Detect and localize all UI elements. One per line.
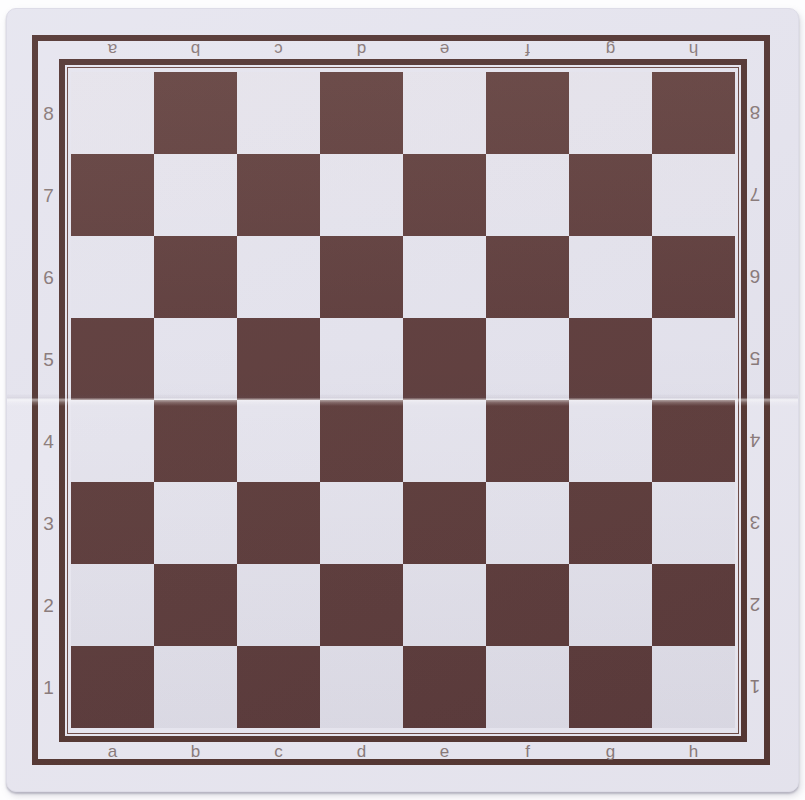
square-d7[interactable] (320, 154, 403, 236)
rank-label-left-5: 5 (38, 318, 59, 400)
square-d5[interactable] (320, 318, 403, 400)
square-c2[interactable] (237, 564, 320, 646)
square-d2[interactable] (320, 564, 403, 646)
square-c1[interactable] (237, 646, 320, 728)
square-e3[interactable] (403, 482, 486, 564)
rank-label-right-5: 5 (747, 318, 763, 400)
square-h5[interactable] (652, 318, 735, 400)
file-label-top-e: e (403, 40, 486, 60)
file-label-bottom-b: b (154, 741, 237, 761)
square-c4[interactable] (237, 400, 320, 482)
rank-labels-left: 87654321 (38, 72, 59, 728)
rank-label-right-7: 7 (747, 154, 763, 236)
square-a5[interactable] (71, 318, 154, 400)
file-label-top-h: h (652, 40, 735, 60)
file-label-bottom-f: f (486, 741, 569, 761)
file-label-bottom-h: h (652, 741, 735, 761)
square-g3[interactable] (569, 482, 652, 564)
square-g8[interactable] (569, 72, 652, 154)
folding-chessboard: abcdefgh abcdefgh 87654321 87654321 (6, 8, 799, 792)
square-f6[interactable] (486, 236, 569, 318)
rank-label-right-6: 6 (747, 236, 763, 318)
square-e6[interactable] (403, 236, 486, 318)
square-d4[interactable] (320, 400, 403, 482)
file-labels-top: abcdefgh (71, 40, 735, 60)
square-h8[interactable] (652, 72, 735, 154)
file-label-top-c: c (237, 40, 320, 60)
square-c5[interactable] (237, 318, 320, 400)
file-labels-bottom: abcdefgh (71, 741, 735, 761)
square-g7[interactable] (569, 154, 652, 236)
rank-label-right-3: 3 (747, 482, 763, 564)
square-e2[interactable] (403, 564, 486, 646)
square-h3[interactable] (652, 482, 735, 564)
square-f7[interactable] (486, 154, 569, 236)
rank-label-left-8: 8 (38, 72, 59, 154)
board-grid (71, 72, 735, 728)
rank-label-left-7: 7 (38, 154, 59, 236)
square-b5[interactable] (154, 318, 237, 400)
product-photo-background: abcdefgh abcdefgh 87654321 87654321 (0, 0, 805, 800)
square-b2[interactable] (154, 564, 237, 646)
rank-label-right-8: 8 (747, 72, 763, 154)
file-label-bottom-e: e (403, 741, 486, 761)
square-h1[interactable] (652, 646, 735, 728)
square-g1[interactable] (569, 646, 652, 728)
square-f1[interactable] (486, 646, 569, 728)
rank-label-right-1: 1 (747, 646, 763, 728)
square-e5[interactable] (403, 318, 486, 400)
rank-label-right-4: 4 (747, 400, 763, 482)
square-e7[interactable] (403, 154, 486, 236)
rank-label-left-3: 3 (38, 482, 59, 564)
square-h4[interactable] (652, 400, 735, 482)
square-g2[interactable] (569, 564, 652, 646)
square-e1[interactable] (403, 646, 486, 728)
square-a3[interactable] (71, 482, 154, 564)
square-b4[interactable] (154, 400, 237, 482)
square-b3[interactable] (154, 482, 237, 564)
rank-label-left-4: 4 (38, 400, 59, 482)
square-e8[interactable] (403, 72, 486, 154)
square-f5[interactable] (486, 318, 569, 400)
square-d1[interactable] (320, 646, 403, 728)
rank-label-right-2: 2 (747, 564, 763, 646)
square-h6[interactable] (652, 236, 735, 318)
square-c8[interactable] (237, 72, 320, 154)
square-h7[interactable] (652, 154, 735, 236)
square-b1[interactable] (154, 646, 237, 728)
square-b7[interactable] (154, 154, 237, 236)
square-g6[interactable] (569, 236, 652, 318)
file-label-bottom-c: c (237, 741, 320, 761)
square-h2[interactable] (652, 564, 735, 646)
square-a8[interactable] (71, 72, 154, 154)
square-f2[interactable] (486, 564, 569, 646)
square-c7[interactable] (237, 154, 320, 236)
file-label-bottom-g: g (569, 741, 652, 761)
file-label-top-b: b (154, 40, 237, 60)
square-f3[interactable] (486, 482, 569, 564)
square-e4[interactable] (403, 400, 486, 482)
square-a6[interactable] (71, 236, 154, 318)
file-label-top-a: a (71, 40, 154, 60)
square-d3[interactable] (320, 482, 403, 564)
file-label-top-d: d (320, 40, 403, 60)
rank-label-left-1: 1 (38, 646, 59, 728)
square-g5[interactable] (569, 318, 652, 400)
square-d8[interactable] (320, 72, 403, 154)
square-a4[interactable] (71, 400, 154, 482)
square-d6[interactable] (320, 236, 403, 318)
square-b8[interactable] (154, 72, 237, 154)
file-label-bottom-a: a (71, 741, 154, 761)
rank-label-left-6: 6 (38, 236, 59, 318)
square-f4[interactable] (486, 400, 569, 482)
rank-label-left-2: 2 (38, 564, 59, 646)
square-a1[interactable] (71, 646, 154, 728)
square-c6[interactable] (237, 236, 320, 318)
rank-labels-right: 87654321 (747, 72, 763, 728)
square-a7[interactable] (71, 154, 154, 236)
square-g4[interactable] (569, 400, 652, 482)
file-label-bottom-d: d (320, 741, 403, 761)
file-label-top-g: g (569, 40, 652, 60)
file-label-top-f: f (486, 40, 569, 60)
square-b6[interactable] (154, 236, 237, 318)
square-c3[interactable] (237, 482, 320, 564)
square-a2[interactable] (71, 564, 154, 646)
square-f8[interactable] (486, 72, 569, 154)
